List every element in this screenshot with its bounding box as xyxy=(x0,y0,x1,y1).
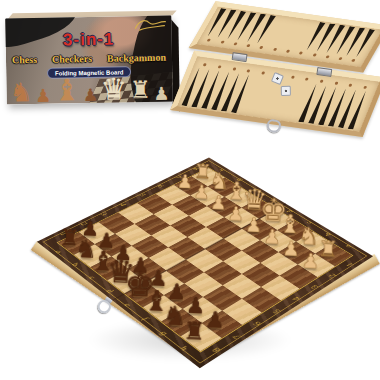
file-label: h xyxy=(179,345,190,352)
dark-rook[interactable]: ♜ xyxy=(179,319,209,345)
square-e4[interactable] xyxy=(186,249,223,272)
file-label: a xyxy=(343,244,352,250)
rank-label: 1 xyxy=(346,261,355,267)
rank-label: 3 xyxy=(99,212,108,217)
rank-label: 8 xyxy=(211,346,222,353)
light-pawn[interactable]: ♟ xyxy=(297,250,324,272)
rank-label: 3 xyxy=(310,284,320,290)
file-label: d xyxy=(105,288,115,294)
rank-label: 5 xyxy=(137,193,146,198)
rank-label: 5 xyxy=(272,307,282,314)
chessboard-scene: abcdefgh abcdefgh 87654321 87654321 ♜♞♝♛… xyxy=(0,0,380,380)
file-label: c xyxy=(88,274,98,280)
rank-label: 7 xyxy=(232,333,243,340)
board-frame: abcdefgh abcdefgh 87654321 87654321 ♜♞♝♛… xyxy=(37,158,373,369)
rank-label: 4 xyxy=(118,202,127,207)
file-label: b xyxy=(71,261,81,267)
rank-label: 4 xyxy=(292,295,302,301)
product-photo: ♞♟♝♟♛♜♟ 3-in-1 Chess Checkers Backgammon… xyxy=(0,0,380,380)
file-label: e xyxy=(123,302,133,308)
file-label: f xyxy=(141,316,150,322)
board-grid: ♜♞♝♛♚♝♞♜♟♟♟♟♟♟♟♟♟♟♟♟♟♟♟♟♜♞♝♛♚♝♞♜ xyxy=(57,167,354,352)
rank-label: 6 xyxy=(253,320,263,327)
rank-label: 6 xyxy=(156,184,165,189)
file-label: g xyxy=(159,329,170,336)
file-label: a xyxy=(54,249,64,255)
rank-label: 2 xyxy=(328,272,338,278)
